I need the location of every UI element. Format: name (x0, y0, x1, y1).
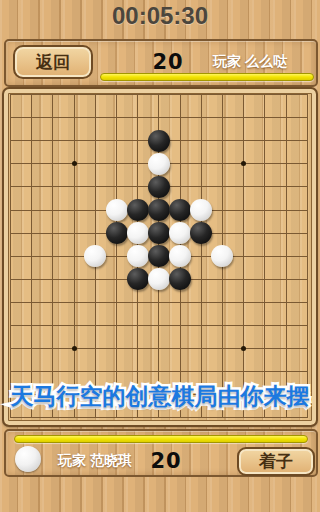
board-cell[interactable] (106, 245, 127, 268)
board-cell[interactable] (127, 245, 148, 268)
board-cell[interactable] (64, 129, 85, 152)
board-cell[interactable] (297, 245, 318, 268)
black-stone (106, 222, 128, 244)
opponent-score: 20 (146, 50, 190, 74)
board-cell[interactable] (191, 152, 212, 175)
board-cell[interactable] (21, 129, 42, 152)
board-cell[interactable] (42, 337, 63, 360)
board-cell[interactable] (42, 83, 63, 106)
board-cell[interactable] (85, 83, 106, 106)
gomoku-board[interactable] (0, 83, 318, 430)
board-cell[interactable] (21, 222, 42, 245)
board-cell[interactable] (275, 360, 296, 383)
board-cell[interactable] (21, 198, 42, 221)
board-cell[interactable] (191, 268, 212, 291)
board-cell[interactable] (233, 83, 254, 106)
white-stone (169, 245, 191, 267)
board-cell[interactable] (254, 83, 275, 106)
black-stone (169, 268, 191, 290)
board-cell[interactable] (191, 360, 212, 383)
board-cell[interactable] (64, 360, 85, 383)
board-cell[interactable] (191, 198, 212, 221)
board-cell[interactable] (64, 83, 85, 106)
board-cell[interactable] (42, 291, 63, 314)
white-stone (84, 245, 106, 267)
board-cell[interactable] (254, 314, 275, 337)
board-cell[interactable] (275, 245, 296, 268)
board-cell[interactable] (127, 83, 148, 106)
board-cell[interactable] (275, 175, 296, 198)
board-cell[interactable] (64, 198, 85, 221)
board-cell[interactable] (64, 106, 85, 129)
board-cell[interactable] (64, 245, 85, 268)
board-cell[interactable] (170, 268, 191, 291)
place-stone-button[interactable]: 着子 (237, 447, 315, 476)
board-cell[interactable] (148, 222, 169, 245)
board-cell[interactable] (170, 129, 191, 152)
board-cell[interactable] (42, 245, 63, 268)
board-cell[interactable] (0, 360, 21, 383)
board-cell[interactable] (127, 106, 148, 129)
board-cell[interactable] (275, 337, 296, 360)
board-cell[interactable] (0, 222, 21, 245)
board-cell[interactable] (254, 175, 275, 198)
board-cell[interactable] (21, 83, 42, 106)
board-cell[interactable] (275, 268, 296, 291)
game-timer: 00:05:30 (0, 2, 320, 30)
black-stone (148, 130, 170, 152)
board-cell[interactable] (42, 106, 63, 129)
board-cell[interactable] (0, 268, 21, 291)
board-cell[interactable] (297, 106, 318, 129)
board-cell[interactable] (42, 314, 63, 337)
board-cell[interactable] (106, 129, 127, 152)
board-cell[interactable] (148, 245, 169, 268)
board-cell[interactable] (42, 198, 63, 221)
board-cell[interactable] (127, 268, 148, 291)
board-cell[interactable] (85, 129, 106, 152)
board-cell[interactable] (297, 222, 318, 245)
board-cell[interactable] (254, 268, 275, 291)
board-cell[interactable] (148, 83, 169, 106)
white-stone (169, 222, 191, 244)
board-cell[interactable] (148, 268, 169, 291)
board-cell[interactable] (106, 83, 127, 106)
board-cell[interactable] (85, 337, 106, 360)
white-stone (190, 199, 212, 221)
black-stone (190, 222, 212, 244)
board-cell[interactable] (297, 291, 318, 314)
board-cell[interactable] (148, 129, 169, 152)
board-cell[interactable] (275, 152, 296, 175)
board-cell[interactable] (233, 175, 254, 198)
board-cell[interactable] (275, 198, 296, 221)
board-cell[interactable] (127, 360, 148, 383)
board-cell[interactable] (212, 337, 233, 360)
board-cell[interactable] (127, 152, 148, 175)
board-cell[interactable] (127, 314, 148, 337)
board-cell[interactable] (85, 291, 106, 314)
board-cell[interactable] (85, 106, 106, 129)
board-cell[interactable] (170, 222, 191, 245)
board-cell[interactable] (64, 175, 85, 198)
board-cell[interactable] (212, 222, 233, 245)
white-stone (211, 245, 233, 267)
board-cell[interactable] (170, 152, 191, 175)
board-cell[interactable] (42, 175, 63, 198)
board-cell[interactable] (170, 360, 191, 383)
player-panel: 玩家 范晓琪 20 着子 (4, 429, 318, 477)
board-cell[interactable] (170, 337, 191, 360)
board-cell[interactable] (297, 129, 318, 152)
black-stone (127, 268, 149, 290)
board-cell[interactable] (233, 314, 254, 337)
board-cell[interactable] (297, 152, 318, 175)
board-cell[interactable] (0, 198, 21, 221)
board-cell[interactable] (106, 152, 127, 175)
board-cell[interactable] (127, 129, 148, 152)
board-cell[interactable] (275, 106, 296, 129)
board-cell[interactable] (0, 106, 21, 129)
board-cell[interactable] (254, 337, 275, 360)
board-cell[interactable] (212, 268, 233, 291)
opponent-panel: 返回 20 玩家 么么哒 (4, 39, 318, 87)
white-stone (106, 199, 128, 221)
black-stone (169, 199, 191, 221)
board-cell[interactable] (297, 268, 318, 291)
board-cell[interactable] (233, 268, 254, 291)
board-cell[interactable] (191, 314, 212, 337)
white-stone (127, 222, 149, 244)
board-cell[interactable] (212, 314, 233, 337)
board-cell[interactable] (85, 152, 106, 175)
board-cell[interactable] (191, 175, 212, 198)
board-cell[interactable] (212, 152, 233, 175)
board-cell[interactable] (170, 106, 191, 129)
star-point (241, 346, 246, 351)
board-cell[interactable] (64, 314, 85, 337)
board-cell[interactable] (0, 337, 21, 360)
board-cell[interactable] (191, 129, 212, 152)
board-cell[interactable] (297, 360, 318, 383)
black-stone (148, 199, 170, 221)
board-cell[interactable] (85, 245, 106, 268)
board-cell[interactable] (0, 175, 21, 198)
board-cell[interactable] (64, 222, 85, 245)
board-cell[interactable] (21, 245, 42, 268)
board-cell[interactable] (148, 198, 169, 221)
board-cell[interactable] (85, 198, 106, 221)
board-cell[interactable] (191, 83, 212, 106)
white-stone (148, 153, 170, 175)
board-cell[interactable] (212, 360, 233, 383)
board-cell[interactable] (170, 291, 191, 314)
board-cell[interactable] (85, 268, 106, 291)
board-cell[interactable] (42, 222, 63, 245)
board-cell[interactable] (254, 129, 275, 152)
board-cell[interactable] (0, 245, 21, 268)
back-button[interactable]: 返回 (13, 45, 93, 79)
board-cell[interactable] (212, 291, 233, 314)
black-stone (148, 245, 170, 267)
board-cell[interactable] (21, 314, 42, 337)
board-cell[interactable] (0, 83, 21, 106)
board-cell[interactable] (233, 222, 254, 245)
board-cell[interactable] (170, 198, 191, 221)
star-point (72, 346, 77, 351)
board-cell[interactable] (0, 129, 21, 152)
board-cell[interactable] (191, 106, 212, 129)
white-stone (127, 245, 149, 267)
board-cell[interactable] (127, 198, 148, 221)
board-cell[interactable] (170, 245, 191, 268)
board-cell[interactable] (106, 360, 127, 383)
board-cell[interactable] (148, 106, 169, 129)
board-cell[interactable] (233, 360, 254, 383)
board-cell[interactable] (297, 314, 318, 337)
board-cell[interactable] (0, 314, 21, 337)
board-cell[interactable] (21, 175, 42, 198)
board-cell[interactable] (0, 152, 21, 175)
board-cell[interactable] (233, 152, 254, 175)
black-stone (127, 199, 149, 221)
board-cell[interactable] (106, 106, 127, 129)
board-cell[interactable] (21, 152, 42, 175)
board-cell[interactable] (233, 291, 254, 314)
board-cell[interactable] (148, 314, 169, 337)
board-cell[interactable] (21, 291, 42, 314)
board-cell[interactable] (106, 314, 127, 337)
board-cell[interactable] (106, 337, 127, 360)
board-cell[interactable] (106, 198, 127, 221)
board-cell[interactable] (148, 337, 169, 360)
board-cell[interactable] (254, 152, 275, 175)
white-stone (148, 268, 170, 290)
white-stone-icon (15, 446, 41, 472)
board-cell[interactable] (212, 83, 233, 106)
board-cell[interactable] (191, 222, 212, 245)
board-cell[interactable] (64, 152, 85, 175)
board-cell[interactable] (106, 268, 127, 291)
board-cell[interactable] (233, 198, 254, 221)
player-name: 玩家 范晓琪 (58, 452, 132, 470)
board-cell[interactable] (191, 245, 212, 268)
board-cell[interactable] (254, 222, 275, 245)
board-cell[interactable] (212, 106, 233, 129)
board-cell[interactable] (297, 198, 318, 221)
board-cell[interactable] (170, 314, 191, 337)
board-cell[interactable] (275, 83, 296, 106)
board-cell[interactable] (127, 222, 148, 245)
board-cell[interactable] (21, 337, 42, 360)
board-cell[interactable] (170, 83, 191, 106)
board-cell[interactable] (212, 245, 233, 268)
board-cell[interactable] (297, 337, 318, 360)
board-cell[interactable] (148, 360, 169, 383)
board-cell[interactable] (297, 175, 318, 198)
board-cell[interactable] (233, 106, 254, 129)
opponent-name: 玩家 么么哒 (213, 53, 287, 71)
board-cell[interactable] (106, 291, 127, 314)
board-cell[interactable] (21, 360, 42, 383)
board-cell[interactable] (64, 268, 85, 291)
board-cell[interactable] (191, 337, 212, 360)
board-cell[interactable] (233, 245, 254, 268)
board-cell[interactable] (42, 360, 63, 383)
board-cell[interactable] (21, 106, 42, 129)
board-cell[interactable] (64, 291, 85, 314)
board-cell[interactable] (0, 291, 21, 314)
board-cell[interactable] (233, 129, 254, 152)
board-cell[interactable] (212, 175, 233, 198)
board-cell[interactable] (127, 291, 148, 314)
player-time-bar (14, 435, 308, 443)
board-cell[interactable] (85, 222, 106, 245)
board-cell[interactable] (127, 337, 148, 360)
player-score: 20 (144, 449, 188, 473)
board-cell[interactable] (106, 175, 127, 198)
board-cell[interactable] (148, 175, 169, 198)
board-cell[interactable] (42, 152, 63, 175)
black-stone (148, 176, 170, 198)
board-cell[interactable] (85, 175, 106, 198)
board-cell[interactable] (212, 198, 233, 221)
board-cell[interactable] (275, 222, 296, 245)
board-cell[interactable] (127, 175, 148, 198)
promo-caption: 天马行空的创意棋局由你来摆 (0, 381, 320, 412)
board-cell[interactable] (275, 291, 296, 314)
board-cell[interactable] (21, 268, 42, 291)
board-cell[interactable] (148, 291, 169, 314)
star-point (241, 161, 246, 166)
board-cell[interactable] (85, 314, 106, 337)
star-point (72, 161, 77, 166)
board-cell[interactable] (254, 106, 275, 129)
board-cell[interactable] (297, 83, 318, 106)
board-cell[interactable] (275, 314, 296, 337)
board-cell[interactable] (191, 291, 212, 314)
board-cell[interactable] (254, 291, 275, 314)
board-cell[interactable] (275, 129, 296, 152)
black-stone (148, 222, 170, 244)
board-cell[interactable] (85, 360, 106, 383)
board-cell[interactable] (254, 245, 275, 268)
board-cell[interactable] (42, 129, 63, 152)
board-cell[interactable] (106, 222, 127, 245)
board-cell[interactable] (212, 129, 233, 152)
board-cell[interactable] (170, 175, 191, 198)
board-cell[interactable] (233, 337, 254, 360)
board-cell[interactable] (254, 198, 275, 221)
board-cell[interactable] (42, 268, 63, 291)
board-cell[interactable] (64, 337, 85, 360)
board-cell[interactable] (254, 360, 275, 383)
opponent-time-bar (100, 73, 314, 81)
board-cell[interactable] (148, 152, 169, 175)
